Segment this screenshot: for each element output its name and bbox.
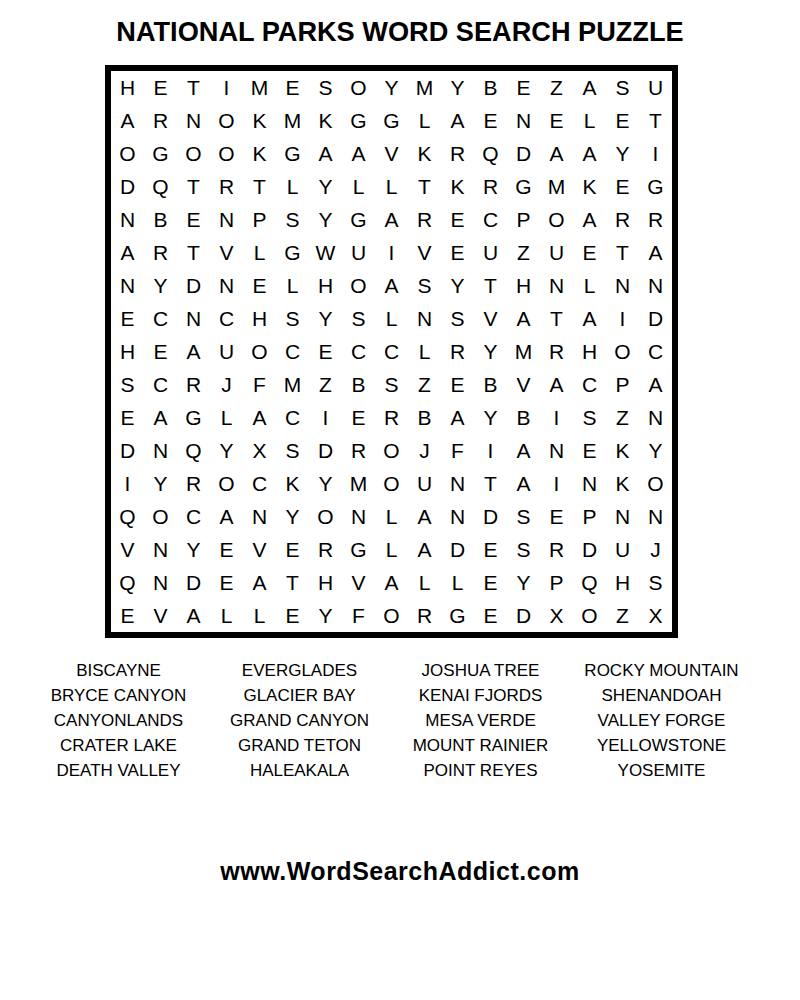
word-list-item: YELLOWSTONE [571, 733, 752, 758]
grid-cell[interactable]: F [342, 599, 375, 632]
grid-cell[interactable]: R [441, 137, 474, 170]
grid-cell[interactable]: E [144, 71, 177, 104]
grid-cell[interactable]: A [573, 71, 606, 104]
grid-cell[interactable]: G [342, 203, 375, 236]
grid-cell[interactable]: Y [474, 335, 507, 368]
grid-cell[interactable]: Y [639, 434, 672, 467]
grid-cell[interactable]: T [276, 566, 309, 599]
grid-cell[interactable]: O [639, 467, 672, 500]
grid-cell[interactable]: Z [408, 368, 441, 401]
grid-cell[interactable]: G [276, 137, 309, 170]
grid-cell[interactable]: Y [375, 71, 408, 104]
grid-cell[interactable]: E [606, 104, 639, 137]
grid-cell[interactable]: H [507, 269, 540, 302]
grid-cell[interactable]: D [573, 533, 606, 566]
grid-cell[interactable]: H [243, 302, 276, 335]
grid-cell[interactable]: L [441, 566, 474, 599]
grid-cell[interactable]: O [309, 500, 342, 533]
grid-cell[interactable]: E [441, 236, 474, 269]
grid-cell[interactable]: S [573, 401, 606, 434]
grid-cell[interactable]: T [474, 269, 507, 302]
grid-cell[interactable]: H [309, 566, 342, 599]
grid-cell[interactable]: A [507, 434, 540, 467]
grid-cell[interactable]: T [474, 467, 507, 500]
grid-cell[interactable]: C [243, 467, 276, 500]
grid-cell[interactable]: I [309, 401, 342, 434]
grid-cell[interactable]: E [342, 401, 375, 434]
grid-cell[interactable]: O [573, 599, 606, 632]
grid-cell[interactable]: A [111, 104, 144, 137]
grid-cell[interactable]: N [408, 302, 441, 335]
grid-cell[interactable]: M [276, 104, 309, 137]
grid-cell[interactable]: J [210, 368, 243, 401]
grid-cell[interactable]: A [408, 533, 441, 566]
grid-cell[interactable]: E [111, 599, 144, 632]
grid-cell[interactable]: E [441, 368, 474, 401]
grid-cell[interactable]: H [573, 335, 606, 368]
grid-cell[interactable]: N [210, 269, 243, 302]
grid-cell[interactable]: I [639, 137, 672, 170]
grid-cell[interactable]: E [573, 236, 606, 269]
word-list-item: ROCKY MOUNTAIN [571, 658, 752, 683]
grid-cell[interactable]: A [342, 137, 375, 170]
grid-cell[interactable]: V [474, 302, 507, 335]
grid-cell[interactable]: C [144, 368, 177, 401]
grid-cell[interactable]: E [474, 104, 507, 137]
grid-cell[interactable]: A [375, 269, 408, 302]
grid-cell[interactable]: S [111, 368, 144, 401]
grid-cell[interactable]: A [111, 236, 144, 269]
grid-cell[interactable]: R [408, 599, 441, 632]
page-title: NATIONAL PARKS WORD SEARCH PUZZLE [12, 16, 788, 48]
grid-cell[interactable]: L [243, 599, 276, 632]
grid-cell[interactable]: C [375, 335, 408, 368]
grid-cell[interactable]: Z [507, 236, 540, 269]
grid-cell[interactable]: T [639, 104, 672, 137]
grid-cell[interactable]: A [210, 500, 243, 533]
grid-cell[interactable]: E [111, 302, 144, 335]
grid-cell[interactable]: E [573, 434, 606, 467]
word-search-grid: HETIMESOYMYBEZASUARNOKMKGGLAENELETOGOOKG… [105, 65, 678, 638]
grid-cell[interactable]: T [177, 170, 210, 203]
grid-cell[interactable]: C [639, 335, 672, 368]
grid-cell[interactable]: D [639, 302, 672, 335]
grid-cell[interactable]: U [606, 533, 639, 566]
grid-cell[interactable]: R [342, 434, 375, 467]
grid-cell[interactable]: Y [309, 599, 342, 632]
grid-cell[interactable]: R [540, 533, 573, 566]
grid-cell[interactable]: M [507, 335, 540, 368]
grid-cell[interactable]: N [573, 467, 606, 500]
grid-cell[interactable]: K [243, 104, 276, 137]
grid-cell[interactable]: E [507, 71, 540, 104]
grid-cell[interactable]: N [210, 203, 243, 236]
grid-cell[interactable]: S [309, 71, 342, 104]
grid-cell[interactable]: V [210, 236, 243, 269]
grid-cell[interactable]: D [309, 434, 342, 467]
grid-cell[interactable]: H [111, 335, 144, 368]
grid-cell[interactable]: G [177, 401, 210, 434]
grid-cell[interactable]: M [540, 170, 573, 203]
grid-cell[interactable]: Y [441, 71, 474, 104]
grid-cell[interactable]: E [276, 599, 309, 632]
grid-cell[interactable]: E [210, 566, 243, 599]
grid-cell[interactable]: A [639, 368, 672, 401]
grid-cell[interactable]: N [540, 269, 573, 302]
grid-cell[interactable]: R [375, 401, 408, 434]
grid-cell[interactable]: Q [111, 566, 144, 599]
grid-cell[interactable]: Y [210, 434, 243, 467]
grid-cell[interactable]: E [243, 269, 276, 302]
grid-cell[interactable]: R [408, 203, 441, 236]
grid-cell[interactable]: R [177, 467, 210, 500]
grid-cell[interactable]: K [243, 137, 276, 170]
word-list-item: GLACIER BAY [209, 683, 390, 708]
grid-cell[interactable]: N [342, 500, 375, 533]
grid-cell[interactable]: C [144, 302, 177, 335]
grid-cell[interactable]: S [507, 500, 540, 533]
grid-cell[interactable]: S [375, 368, 408, 401]
grid-cell[interactable]: X [540, 599, 573, 632]
grid-cell[interactable]: E [441, 203, 474, 236]
grid-cell[interactable]: L [408, 104, 441, 137]
grid-cell[interactable]: I [474, 434, 507, 467]
grid-cell[interactable]: T [177, 71, 210, 104]
grid-cell[interactable]: I [540, 467, 573, 500]
word-list-item: MESA VERDE [390, 708, 571, 733]
grid-cell[interactable]: Y [309, 467, 342, 500]
grid-cell[interactable]: V [375, 137, 408, 170]
grid-cell[interactable]: E [474, 599, 507, 632]
grid-cell[interactable]: A [573, 137, 606, 170]
grid-cell[interactable]: N [177, 302, 210, 335]
grid-cell[interactable]: X [243, 434, 276, 467]
grid-cell[interactable]: S [639, 566, 672, 599]
word-list-item: DEATH VALLEY [28, 758, 209, 783]
grid-cell[interactable]: O [375, 467, 408, 500]
grid-cell[interactable]: N [111, 203, 144, 236]
grid-cell[interactable]: Z [606, 401, 639, 434]
word-list-column: ROCKY MOUNTAINSHENANDOAHVALLEY FORGEYELL… [571, 658, 752, 783]
grid-cell[interactable]: B [474, 368, 507, 401]
grid-cell[interactable]: L [375, 533, 408, 566]
grid-cell[interactable]: Z [540, 71, 573, 104]
grid-cell[interactable]: L [276, 269, 309, 302]
grid-cell[interactable]: S [342, 302, 375, 335]
grid-cell[interactable]: O [540, 203, 573, 236]
grid-cell[interactable]: K [606, 434, 639, 467]
grid-cell[interactable]: G [441, 599, 474, 632]
grid-cell[interactable]: H [309, 269, 342, 302]
grid-cell[interactable]: O [342, 269, 375, 302]
grid-cell[interactable]: U [474, 236, 507, 269]
grid-cell[interactable]: M [276, 368, 309, 401]
grid-cell[interactable]: Y [276, 500, 309, 533]
grid-cell[interactable]: E [540, 500, 573, 533]
grid-cell[interactable]: E [276, 533, 309, 566]
grid-cell[interactable]: E [474, 566, 507, 599]
grid-cell[interactable]: R [210, 170, 243, 203]
grid-cell[interactable]: H [111, 71, 144, 104]
grid-cell[interactable]: T [540, 302, 573, 335]
grid-cell[interactable]: E [474, 533, 507, 566]
grid-cell[interactable]: N [639, 401, 672, 434]
grid-cell[interactable]: P [243, 203, 276, 236]
grid-cell[interactable]: F [441, 434, 474, 467]
grid-cell[interactable]: L [210, 401, 243, 434]
grid-cell[interactable]: T [606, 236, 639, 269]
grid-cell[interactable]: Q [111, 500, 144, 533]
grid-cell[interactable]: V [408, 236, 441, 269]
grid-cell[interactable]: O [606, 335, 639, 368]
grid-cell[interactable]: X [639, 599, 672, 632]
grid-cell[interactable]: N [540, 434, 573, 467]
grid-cell[interactable]: E [606, 170, 639, 203]
grid-cell[interactable]: Q [573, 566, 606, 599]
grid-cell[interactable]: B [474, 71, 507, 104]
grid-cell[interactable]: C [342, 335, 375, 368]
grid-cell[interactable]: N [606, 500, 639, 533]
grid-cell[interactable]: D [507, 137, 540, 170]
grid-cell[interactable]: A [573, 203, 606, 236]
grid-cell[interactable]: C [210, 302, 243, 335]
grid-cell[interactable]: O [342, 71, 375, 104]
grid-cell[interactable]: J [408, 434, 441, 467]
grid-cell[interactable]: W [309, 236, 342, 269]
grid-cell[interactable]: L [573, 104, 606, 137]
grid-cell[interactable]: V [243, 533, 276, 566]
grid-cell[interactable]: S [408, 269, 441, 302]
grid-cell[interactable]: N [144, 434, 177, 467]
grid-cell[interactable]: E [540, 104, 573, 137]
grid-cell[interactable]: C [573, 368, 606, 401]
grid-cell[interactable]: I [540, 401, 573, 434]
grid-cell[interactable]: K [573, 170, 606, 203]
grid-cell[interactable]: A [375, 566, 408, 599]
grid-cell[interactable]: A [507, 467, 540, 500]
grid-cell[interactable]: R [177, 368, 210, 401]
grid-cell[interactable]: L [375, 500, 408, 533]
grid-cell[interactable]: Y [309, 203, 342, 236]
grid-cell[interactable]: C [474, 203, 507, 236]
grid-cell[interactable]: I [606, 302, 639, 335]
grid-cell[interactable]: Y [606, 137, 639, 170]
grid-cell[interactable]: N [144, 566, 177, 599]
grid-cell[interactable]: C [276, 401, 309, 434]
grid-cell[interactable]: Y [144, 269, 177, 302]
grid-cell[interactable]: R [540, 335, 573, 368]
grid-cell[interactable]: D [474, 500, 507, 533]
grid-cell[interactable]: A [309, 137, 342, 170]
word-list-item: MOUNT RAINIER [390, 733, 571, 758]
grid-cell[interactable]: S [276, 434, 309, 467]
grid-cell[interactable]: Y [309, 302, 342, 335]
grid-cell[interactable]: K [276, 467, 309, 500]
grid-cell[interactable]: Z [309, 368, 342, 401]
grid-cell[interactable]: E [111, 401, 144, 434]
grid-cell[interactable]: M [243, 71, 276, 104]
grid-cell[interactable]: V [111, 533, 144, 566]
grid-cell[interactable]: L [243, 236, 276, 269]
grid-cell[interactable]: I [210, 71, 243, 104]
grid-cell[interactable]: A [639, 236, 672, 269]
grid-cell[interactable]: N [111, 269, 144, 302]
grid-cell[interactable]: A [243, 566, 276, 599]
grid-cell[interactable]: G [507, 170, 540, 203]
grid-cell[interactable]: R [606, 203, 639, 236]
grid-cell[interactable]: L [210, 599, 243, 632]
grid-cell[interactable]: L [573, 269, 606, 302]
grid-cell[interactable]: S [276, 203, 309, 236]
grid-cell[interactable]: A [177, 599, 210, 632]
grid-cell[interactable]: B [408, 401, 441, 434]
grid-cell[interactable]: Y [441, 269, 474, 302]
grid-cell[interactable]: T [408, 170, 441, 203]
grid-cell[interactable]: D [441, 533, 474, 566]
grid-cell[interactable]: Q [144, 170, 177, 203]
grid-cell[interactable]: G [342, 104, 375, 137]
grid-cell[interactable]: U [408, 467, 441, 500]
grid-cell[interactable]: Y [507, 566, 540, 599]
grid-cell[interactable]: O [375, 599, 408, 632]
grid-cell[interactable]: N [441, 500, 474, 533]
grid-cell[interactable]: O [210, 104, 243, 137]
grid-cell[interactable]: N [441, 467, 474, 500]
grid-cell[interactable]: E [144, 335, 177, 368]
grid-cell[interactable]: H [606, 566, 639, 599]
grid-cell[interactable]: R [474, 170, 507, 203]
grid-cell[interactable]: A [441, 401, 474, 434]
grid-cell[interactable]: E [276, 71, 309, 104]
grid-cell[interactable]: A [243, 401, 276, 434]
grid-cell[interactable]: R [309, 533, 342, 566]
grid-cell[interactable]: C [177, 500, 210, 533]
grid-cell[interactable]: A [540, 368, 573, 401]
grid-cell[interactable]: P [540, 566, 573, 599]
grid-cell[interactable]: L [276, 170, 309, 203]
grid-cell[interactable]: V [144, 599, 177, 632]
grid-cell[interactable]: E [309, 335, 342, 368]
grid-cell[interactable]: B [342, 368, 375, 401]
grid-cell[interactable]: D [111, 170, 144, 203]
grid-cell[interactable]: N [177, 104, 210, 137]
grid-cell[interactable]: F [243, 368, 276, 401]
grid-cell[interactable]: U [639, 71, 672, 104]
grid-cell[interactable]: R [144, 236, 177, 269]
grid-cell[interactable]: C [276, 335, 309, 368]
grid-cell[interactable]: O [177, 137, 210, 170]
grid-cell[interactable]: D [177, 269, 210, 302]
grid-cell[interactable]: T [243, 170, 276, 203]
grid-cell[interactable]: Y [177, 533, 210, 566]
grid-cell[interactable]: A [144, 401, 177, 434]
grid-cell[interactable]: S [606, 71, 639, 104]
grid-cell[interactable]: Y [144, 467, 177, 500]
grid-cell[interactable]: N [243, 500, 276, 533]
grid-cell[interactable]: A [375, 203, 408, 236]
grid-cell[interactable]: U [210, 335, 243, 368]
grid-cell[interactable]: K [441, 170, 474, 203]
grid-cell[interactable]: A [507, 302, 540, 335]
grid-cell[interactable]: R [639, 203, 672, 236]
grid-cell[interactable]: R [441, 335, 474, 368]
grid-cell[interactable]: M [342, 467, 375, 500]
grid-cell[interactable]: K [408, 137, 441, 170]
grid-cell[interactable]: N [639, 500, 672, 533]
grid-cell[interactable]: N [144, 533, 177, 566]
grid-cell[interactable]: K [606, 467, 639, 500]
word-list-column: JOSHUA TREEKENAI FJORDSMESA VERDEMOUNT R… [390, 658, 571, 783]
grid-cell[interactable]: O [243, 335, 276, 368]
grid-cell[interactable]: P [507, 203, 540, 236]
grid-cell[interactable]: L [342, 170, 375, 203]
grid-cell[interactable]: P [573, 500, 606, 533]
grid-cell[interactable]: A [177, 335, 210, 368]
grid-cell[interactable]: G [639, 170, 672, 203]
grid-cell[interactable]: L [408, 335, 441, 368]
grid-cell[interactable]: G [144, 137, 177, 170]
grid-cell[interactable]: B [144, 203, 177, 236]
grid-cell[interactable]: M [408, 71, 441, 104]
word-list-item: GRAND TETON [209, 733, 390, 758]
grid-cell[interactable]: S [276, 302, 309, 335]
grid-cell[interactable]: J [639, 533, 672, 566]
grid-cell[interactable]: G [375, 104, 408, 137]
grid-cell[interactable]: V [342, 566, 375, 599]
grid-cell[interactable]: R [144, 104, 177, 137]
grid-cell[interactable]: P [606, 368, 639, 401]
grid-cell[interactable]: U [342, 236, 375, 269]
grid-cell[interactable]: N [639, 269, 672, 302]
grid-cell[interactable]: T [177, 236, 210, 269]
grid-cell[interactable]: O [375, 434, 408, 467]
grid-cell[interactable]: G [342, 533, 375, 566]
grid-cell[interactable]: D [507, 599, 540, 632]
grid-cell[interactable]: Q [177, 434, 210, 467]
grid-cell[interactable]: A [408, 500, 441, 533]
grid-cell[interactable]: N [606, 269, 639, 302]
grid-cell[interactable]: D [111, 434, 144, 467]
grid-cell[interactable]: L [375, 170, 408, 203]
grid-cell[interactable]: L [408, 566, 441, 599]
grid-cell[interactable]: L [375, 302, 408, 335]
grid-cell[interactable]: S [507, 533, 540, 566]
grid-cell[interactable]: G [276, 236, 309, 269]
grid-cell[interactable]: O [144, 500, 177, 533]
grid-cell[interactable]: U [540, 236, 573, 269]
grid-cell[interactable]: V [507, 368, 540, 401]
grid-cell[interactable]: B [507, 401, 540, 434]
grid-cell[interactable]: E [177, 203, 210, 236]
grid-cell[interactable]: Y [309, 170, 342, 203]
grid-cell[interactable]: A [573, 302, 606, 335]
grid-cell[interactable]: N [507, 104, 540, 137]
grid-cell[interactable]: I [111, 467, 144, 500]
grid-cell[interactable]: O [111, 137, 144, 170]
grid-cell[interactable]: K [309, 104, 342, 137]
grid-cell[interactable]: I [375, 236, 408, 269]
grid-cell[interactable]: O [210, 467, 243, 500]
grid-cell[interactable]: Y [474, 401, 507, 434]
grid-cell[interactable]: D [177, 566, 210, 599]
grid-cell[interactable]: A [540, 137, 573, 170]
grid-cell[interactable]: O [210, 137, 243, 170]
grid-cell[interactable]: E [210, 533, 243, 566]
grid-cell[interactable]: A [441, 104, 474, 137]
grid-cell[interactable]: S [441, 302, 474, 335]
grid-cell[interactable]: Q [474, 137, 507, 170]
grid-cell[interactable]: Z [606, 599, 639, 632]
